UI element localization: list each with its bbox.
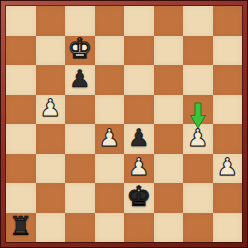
square[interactable] bbox=[183, 36, 213, 66]
square[interactable] bbox=[154, 95, 184, 125]
white-pawn[interactable]: ♟ bbox=[187, 126, 209, 150]
square[interactable] bbox=[65, 183, 95, 213]
square[interactable] bbox=[36, 65, 66, 95]
square[interactable] bbox=[6, 36, 36, 66]
square[interactable] bbox=[95, 6, 125, 36]
square[interactable] bbox=[6, 6, 36, 36]
square[interactable]: ♚ bbox=[65, 36, 95, 66]
square[interactable]: ♟ bbox=[124, 124, 154, 154]
square[interactable]: ♟ bbox=[124, 154, 154, 184]
square[interactable] bbox=[6, 65, 36, 95]
square[interactable]: ♟ bbox=[36, 95, 66, 125]
square[interactable] bbox=[124, 36, 154, 66]
square[interactable]: ♟ bbox=[183, 124, 213, 154]
black-pawn[interactable]: ♟ bbox=[128, 126, 150, 150]
square[interactable] bbox=[154, 154, 184, 184]
square[interactable] bbox=[154, 65, 184, 95]
square[interactable] bbox=[65, 124, 95, 154]
chess-board-frame: ♚♟♟♟♟♟♟♟♚♜ bbox=[0, 0, 248, 248]
square[interactable] bbox=[213, 65, 243, 95]
square[interactable] bbox=[183, 95, 213, 125]
square[interactable] bbox=[213, 213, 243, 243]
square[interactable] bbox=[154, 36, 184, 66]
square[interactable]: ♜ bbox=[6, 213, 36, 243]
square[interactable] bbox=[124, 213, 154, 243]
square[interactable] bbox=[183, 183, 213, 213]
square[interactable] bbox=[6, 95, 36, 125]
square[interactable] bbox=[183, 154, 213, 184]
square[interactable] bbox=[183, 6, 213, 36]
square[interactable] bbox=[154, 183, 184, 213]
white-pawn[interactable]: ♟ bbox=[128, 155, 150, 179]
square[interactable]: ♟ bbox=[95, 124, 125, 154]
square[interactable] bbox=[183, 65, 213, 95]
white-pawn[interactable]: ♟ bbox=[39, 96, 61, 120]
square[interactable] bbox=[213, 95, 243, 125]
square[interactable] bbox=[95, 95, 125, 125]
square[interactable] bbox=[213, 124, 243, 154]
square[interactable] bbox=[124, 95, 154, 125]
square[interactable] bbox=[95, 36, 125, 66]
square[interactable] bbox=[36, 183, 66, 213]
square[interactable] bbox=[6, 154, 36, 184]
white-pawn[interactable]: ♟ bbox=[98, 126, 120, 150]
square[interactable] bbox=[183, 213, 213, 243]
square[interactable] bbox=[95, 213, 125, 243]
square[interactable] bbox=[36, 213, 66, 243]
square[interactable] bbox=[36, 124, 66, 154]
square[interactable] bbox=[95, 183, 125, 213]
square[interactable] bbox=[95, 65, 125, 95]
chess-board[interactable]: ♚♟♟♟♟♟♟♟♚♜ bbox=[6, 6, 242, 242]
square[interactable] bbox=[213, 183, 243, 213]
square[interactable] bbox=[65, 213, 95, 243]
square[interactable] bbox=[65, 154, 95, 184]
square[interactable] bbox=[36, 6, 66, 36]
square[interactable] bbox=[6, 183, 36, 213]
black-pawn[interactable]: ♟ bbox=[69, 67, 91, 91]
square[interactable]: ♟ bbox=[65, 65, 95, 95]
square[interactable] bbox=[6, 124, 36, 154]
square[interactable] bbox=[124, 65, 154, 95]
black-rook[interactable]: ♜ bbox=[9, 213, 32, 239]
square[interactable] bbox=[36, 154, 66, 184]
square[interactable]: ♟ bbox=[213, 154, 243, 184]
square[interactable] bbox=[213, 6, 243, 36]
square[interactable] bbox=[154, 124, 184, 154]
black-king[interactable]: ♚ bbox=[126, 183, 151, 211]
square[interactable] bbox=[65, 6, 95, 36]
square[interactable] bbox=[154, 213, 184, 243]
square[interactable] bbox=[36, 36, 66, 66]
square[interactable] bbox=[154, 6, 184, 36]
square[interactable] bbox=[65, 95, 95, 125]
square[interactable] bbox=[124, 6, 154, 36]
white-king[interactable]: ♚ bbox=[67, 35, 92, 63]
square[interactable] bbox=[95, 154, 125, 184]
square[interactable] bbox=[213, 36, 243, 66]
square[interactable]: ♚ bbox=[124, 183, 154, 213]
white-pawn[interactable]: ♟ bbox=[216, 155, 238, 179]
